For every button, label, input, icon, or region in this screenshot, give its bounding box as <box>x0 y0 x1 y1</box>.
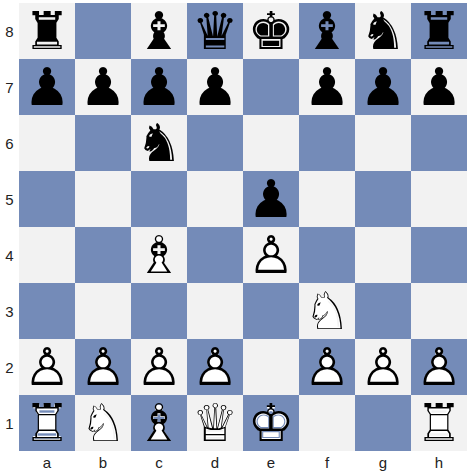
square-h2[interactable]: ♟♙ <box>411 339 467 395</box>
square-h7[interactable]: ♟ <box>411 59 467 115</box>
piece-black-queen[interactable]: ♛ <box>187 3 243 59</box>
square-e4[interactable]: ♟♙ <box>243 227 299 283</box>
square-d1[interactable]: ♛♕ <box>187 395 243 451</box>
file-label-b: b <box>75 451 131 473</box>
square-a3[interactable] <box>19 283 75 339</box>
piece-white-rook[interactable]: ♜♖ <box>411 395 467 451</box>
piece-black-pawn[interactable]: ♟ <box>355 59 411 115</box>
square-a6[interactable] <box>19 115 75 171</box>
piece-black-knight[interactable]: ♞ <box>355 3 411 59</box>
rank-label-1: 1 <box>0 395 19 451</box>
square-h4[interactable] <box>411 227 467 283</box>
file-label-d: d <box>187 451 243 473</box>
piece-outline-layer: ♙ <box>187 339 243 395</box>
square-e7[interactable] <box>243 59 299 115</box>
piece-white-bishop[interactable]: ♝♗ <box>131 395 187 451</box>
piece-white-pawn[interactable]: ♟♙ <box>75 339 131 395</box>
square-e2[interactable] <box>243 339 299 395</box>
square-d6[interactable] <box>187 115 243 171</box>
piece-black-rook[interactable]: ♜ <box>411 3 467 59</box>
corner-spacer <box>0 451 19 473</box>
piece-outline-layer: ♕ <box>187 395 243 451</box>
square-d5[interactable] <box>187 171 243 227</box>
piece-white-pawn[interactable]: ♟♙ <box>411 339 467 395</box>
square-c8[interactable]: ♝ <box>131 3 187 59</box>
piece-black-bishop[interactable]: ♝ <box>131 3 187 59</box>
square-a4[interactable] <box>19 227 75 283</box>
square-d7[interactable]: ♟ <box>187 59 243 115</box>
square-c6[interactable]: ♞ <box>131 115 187 171</box>
piece-outline-layer: ♖ <box>411 395 467 451</box>
piece-fill-layer: ♟ <box>299 59 355 115</box>
square-g3[interactable] <box>355 283 411 339</box>
piece-fill-layer: ♟ <box>187 59 243 115</box>
piece-black-pawn[interactable]: ♟ <box>75 59 131 115</box>
square-b1[interactable]: ♞♘ <box>75 395 131 451</box>
square-g5[interactable] <box>355 171 411 227</box>
rank-label-6: 6 <box>0 115 19 171</box>
piece-outline-layer: ♗ <box>131 227 187 283</box>
piece-fill-layer: ♟ <box>411 59 467 115</box>
square-b4[interactable] <box>75 227 131 283</box>
piece-fill-layer: ♟ <box>75 59 131 115</box>
piece-white-pawn[interactable]: ♟♙ <box>19 339 75 395</box>
square-a2[interactable]: ♟♙ <box>19 339 75 395</box>
square-g7[interactable]: ♟ <box>355 59 411 115</box>
piece-black-pawn[interactable]: ♟ <box>131 59 187 115</box>
square-b5[interactable] <box>75 171 131 227</box>
piece-white-knight[interactable]: ♞♘ <box>299 283 355 339</box>
piece-fill-layer: ♝ <box>299 3 355 59</box>
piece-white-pawn[interactable]: ♟♙ <box>131 339 187 395</box>
square-c4[interactable]: ♝♗ <box>131 227 187 283</box>
square-a1[interactable]: ♜♖ <box>19 395 75 451</box>
square-f4[interactable] <box>299 227 355 283</box>
square-b2[interactable]: ♟♙ <box>75 339 131 395</box>
file-label-g: g <box>355 451 411 473</box>
piece-black-pawn[interactable]: ♟ <box>243 171 299 227</box>
rank-label-7: 7 <box>0 59 19 115</box>
square-b7[interactable]: ♟ <box>75 59 131 115</box>
piece-fill-layer: ♞ <box>131 115 187 171</box>
file-label-f: f <box>299 451 355 473</box>
piece-fill-layer: ♜ <box>19 3 75 59</box>
piece-white-pawn[interactable]: ♟♙ <box>299 339 355 395</box>
file-label-h: h <box>411 451 467 473</box>
square-g4[interactable] <box>355 227 411 283</box>
file-label-e: e <box>243 451 299 473</box>
piece-black-rook[interactable]: ♜ <box>19 3 75 59</box>
square-f3[interactable]: ♞♘ <box>299 283 355 339</box>
piece-outline-layer: ♙ <box>411 339 467 395</box>
square-g1[interactable] <box>355 395 411 451</box>
square-a8[interactable]: ♜ <box>19 3 75 59</box>
chess-board: 8♜♝♛♚♝♞♜7♟♟♟♟♟♟♟6♞5♟4♝♗♟♙3♞♘2♟♙♟♙♟♙♟♙♟♙♟… <box>0 3 467 473</box>
piece-outline-layer: ♔ <box>243 395 299 451</box>
piece-fill-layer: ♟ <box>19 59 75 115</box>
piece-fill-layer: ♛ <box>187 3 243 59</box>
square-h8[interactable]: ♜ <box>411 3 467 59</box>
square-a7[interactable]: ♟ <box>19 59 75 115</box>
rank-label-3: 3 <box>0 283 19 339</box>
square-c1[interactable]: ♝♗ <box>131 395 187 451</box>
chess-board-window: 8♜♝♛♚♝♞♜7♟♟♟♟♟♟♟6♞5♟4♝♗♟♙3♞♘2♟♙♟♙♟♙♟♙♟♙♟… <box>0 0 471 476</box>
square-h6[interactable] <box>411 115 467 171</box>
square-g8[interactable]: ♞ <box>355 3 411 59</box>
piece-outline-layer: ♗ <box>131 395 187 451</box>
square-f7[interactable]: ♟ <box>299 59 355 115</box>
piece-outline-layer: ♙ <box>131 339 187 395</box>
piece-black-pawn[interactable]: ♟ <box>187 59 243 115</box>
square-d2[interactable]: ♟♙ <box>187 339 243 395</box>
piece-outline-layer: ♖ <box>19 395 75 451</box>
square-b6[interactable] <box>75 115 131 171</box>
square-f2[interactable]: ♟♙ <box>299 339 355 395</box>
piece-outline-layer: ♙ <box>75 339 131 395</box>
piece-white-pawn[interactable]: ♟♙ <box>355 339 411 395</box>
piece-white-knight[interactable]: ♞♘ <box>75 395 131 451</box>
rank-label-8: 8 <box>0 3 19 59</box>
piece-outline-layer: ♙ <box>299 339 355 395</box>
rank-label-5: 5 <box>0 171 19 227</box>
square-g2[interactable]: ♟♙ <box>355 339 411 395</box>
rank-label-2: 2 <box>0 339 19 395</box>
square-c7[interactable]: ♟ <box>131 59 187 115</box>
rank-label-4: 4 <box>0 227 19 283</box>
piece-white-king[interactable]: ♚♔ <box>243 395 299 451</box>
piece-outline-layer: ♘ <box>299 283 355 339</box>
piece-black-knight[interactable]: ♞ <box>131 115 187 171</box>
square-f5[interactable] <box>299 171 355 227</box>
piece-fill-layer: ♜ <box>411 3 467 59</box>
square-c5[interactable] <box>131 171 187 227</box>
square-e6[interactable] <box>243 115 299 171</box>
piece-fill-layer: ♟ <box>243 171 299 227</box>
square-e8[interactable]: ♚ <box>243 3 299 59</box>
square-e3[interactable] <box>243 283 299 339</box>
square-c3[interactable] <box>131 283 187 339</box>
piece-fill-layer: ♝ <box>131 3 187 59</box>
square-d4[interactable] <box>187 227 243 283</box>
square-f6[interactable] <box>299 115 355 171</box>
square-b8[interactable] <box>75 3 131 59</box>
piece-black-pawn[interactable]: ♟ <box>19 59 75 115</box>
square-a5[interactable] <box>19 171 75 227</box>
square-e1[interactable]: ♚♔ <box>243 395 299 451</box>
square-f8[interactable]: ♝ <box>299 3 355 59</box>
square-d8[interactable]: ♛ <box>187 3 243 59</box>
piece-outline-layer: ♘ <box>75 395 131 451</box>
piece-outline-layer: ♙ <box>243 227 299 283</box>
piece-black-bishop[interactable]: ♝ <box>299 3 355 59</box>
piece-white-pawn[interactable]: ♟♙ <box>243 227 299 283</box>
square-g6[interactable] <box>355 115 411 171</box>
file-label-a: a <box>19 451 75 473</box>
piece-white-queen[interactable]: ♛♕ <box>187 395 243 451</box>
piece-white-rook[interactable]: ♜♖ <box>19 395 75 451</box>
piece-white-bishop[interactable]: ♝♗ <box>131 227 187 283</box>
piece-white-pawn[interactable]: ♟♙ <box>187 339 243 395</box>
square-h5[interactable] <box>411 171 467 227</box>
square-h1[interactable]: ♜♖ <box>411 395 467 451</box>
piece-black-pawn[interactable]: ♟ <box>411 59 467 115</box>
square-h3[interactable] <box>411 283 467 339</box>
square-d3[interactable] <box>187 283 243 339</box>
piece-fill-layer: ♚ <box>243 3 299 59</box>
square-e5[interactable]: ♟ <box>243 171 299 227</box>
piece-outline-layer: ♙ <box>355 339 411 395</box>
piece-black-pawn[interactable]: ♟ <box>299 59 355 115</box>
square-f1[interactable] <box>299 395 355 451</box>
piece-fill-layer: ♟ <box>355 59 411 115</box>
piece-fill-layer: ♟ <box>131 59 187 115</box>
file-label-c: c <box>131 451 187 473</box>
square-b3[interactable] <box>75 283 131 339</box>
piece-black-king[interactable]: ♚ <box>243 3 299 59</box>
piece-outline-layer: ♙ <box>19 339 75 395</box>
square-c2[interactable]: ♟♙ <box>131 339 187 395</box>
piece-fill-layer: ♞ <box>355 3 411 59</box>
